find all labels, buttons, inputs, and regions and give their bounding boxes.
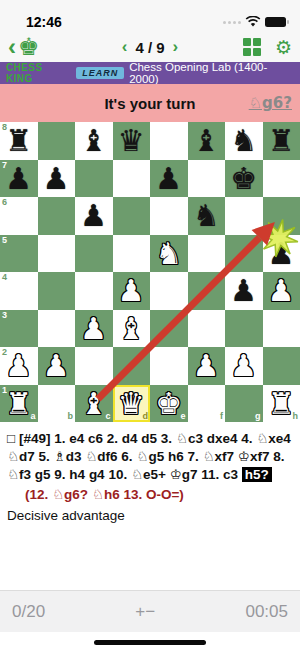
brand-bar: CHESS KING LEARN Chess Opening Lab (1400… bbox=[0, 62, 300, 84]
square-f4[interactable] bbox=[188, 272, 226, 310]
page-indicator: 4 / 9 bbox=[135, 39, 164, 56]
piece-h4-wP[interactable]: ♟ bbox=[263, 272, 301, 310]
piece-g4-bP[interactable]: ♟ bbox=[225, 272, 263, 310]
square-c6[interactable]: ♟ bbox=[75, 197, 113, 235]
square-d7[interactable] bbox=[113, 160, 151, 198]
piece-h5-bP[interactable]: ♟ bbox=[263, 235, 301, 273]
piece-c3-wP[interactable]: ♟ bbox=[75, 310, 113, 348]
bottom-toolbar: 0/20 +− 00:05 bbox=[0, 590, 300, 632]
app-name: CHESS KING bbox=[6, 62, 71, 84]
square-c4[interactable] bbox=[75, 272, 113, 310]
square-f5[interactable] bbox=[188, 235, 226, 273]
square-b2[interactable]: ♟ bbox=[38, 347, 76, 385]
variation-line: (12. ♘g6? ♘h6 13. O-O=) bbox=[7, 486, 293, 504]
square-b6[interactable] bbox=[38, 197, 76, 235]
square-b1[interactable]: b bbox=[38, 385, 76, 423]
hint-move-link[interactable]: ♘g6? bbox=[249, 94, 292, 112]
square-a7[interactable]: 7♟ bbox=[0, 160, 38, 198]
square-e8[interactable] bbox=[150, 122, 188, 160]
piece-c6-bP[interactable]: ♟ bbox=[75, 197, 113, 235]
square-h3[interactable] bbox=[263, 310, 301, 348]
square-g7[interactable]: ♚ bbox=[225, 160, 263, 198]
home-indicator-area bbox=[0, 634, 300, 650]
square-f7[interactable] bbox=[188, 160, 226, 198]
turn-banner: It's your turn ♘g6? bbox=[0, 84, 300, 122]
square-e3[interactable] bbox=[150, 310, 188, 348]
learn-badge: LEARN bbox=[76, 67, 124, 79]
square-d3[interactable]: ♝ bbox=[113, 310, 151, 348]
square-e2[interactable] bbox=[150, 347, 188, 385]
square-b4[interactable] bbox=[38, 272, 76, 310]
piece-h8-bR[interactable]: ♜ bbox=[263, 122, 301, 160]
square-a5[interactable]: 5 bbox=[0, 235, 38, 273]
square-h5[interactable]: ♟ bbox=[263, 235, 301, 273]
square-h1[interactable]: h♜ bbox=[263, 385, 301, 423]
square-g1[interactable]: g bbox=[225, 385, 263, 423]
square-h7[interactable] bbox=[263, 160, 301, 198]
piece-b7-bP[interactable]: ♟ bbox=[38, 160, 76, 198]
piece-c1-wB[interactable]: ♝ bbox=[75, 385, 113, 423]
square-c8[interactable]: ♝ bbox=[75, 122, 113, 160]
piece-d3-wB[interactable]: ♝ bbox=[113, 310, 151, 348]
piece-f6-bN[interactable]: ♞ bbox=[188, 197, 226, 235]
piece-a1-wR[interactable]: ♜ bbox=[0, 385, 38, 423]
piece-h1-wR[interactable]: ♜ bbox=[263, 385, 301, 423]
square-g4[interactable]: ♟ bbox=[225, 272, 263, 310]
square-e5[interactable]: ♞ bbox=[150, 235, 188, 273]
piece-a8-bR[interactable]: ♜ bbox=[0, 122, 38, 160]
square-a1[interactable]: 1a♜ bbox=[0, 385, 38, 423]
clock-time: 12:46 bbox=[26, 14, 62, 32]
square-b7[interactable]: ♟ bbox=[38, 160, 76, 198]
square-g6[interactable] bbox=[225, 197, 263, 235]
square-f8[interactable]: ♝ bbox=[188, 122, 226, 160]
move-list: □ [#49] 1. e4 c6 2. d4 d5 3. ♘c3 dxe4 4.… bbox=[7, 430, 293, 484]
square-g2[interactable]: ♟ bbox=[225, 347, 263, 385]
home-indicator[interactable] bbox=[94, 640, 206, 645]
piece-f8-bB[interactable]: ♝ bbox=[188, 122, 226, 160]
course-title: Chess Opening Lab (1400-2000) bbox=[129, 61, 294, 85]
square-d4[interactable]: ♟ bbox=[113, 272, 151, 310]
turn-marker: □ bbox=[7, 431, 15, 446]
eval-toggle-button[interactable]: +− bbox=[135, 602, 155, 622]
chess-board[interactable]: 8♜♝♛♝♞♜7♟♟♟♚6♟♞5♞♟4♟♟♟3♟♝2♟♟♟♟1a♜bc♝d♛e♚… bbox=[0, 122, 300, 422]
piece-g7-bK[interactable]: ♚ bbox=[225, 160, 263, 198]
square-c1[interactable]: c♝ bbox=[75, 385, 113, 423]
rank-label-4: 4 bbox=[2, 273, 7, 282]
square-a6[interactable]: 6 bbox=[0, 197, 38, 235]
square-f6[interactable]: ♞ bbox=[188, 197, 226, 235]
piece-a7-bP[interactable]: ♟ bbox=[0, 160, 38, 198]
square-a8[interactable]: 8♜ bbox=[0, 122, 38, 160]
square-b8[interactable] bbox=[38, 122, 76, 160]
square-h8[interactable]: ♜ bbox=[263, 122, 301, 160]
square-d5[interactable] bbox=[113, 235, 151, 273]
notation-panel: □ [#49] 1. e4 c6 2. d4 d5 3. ♘c3 dxe4 4.… bbox=[0, 422, 300, 525]
piece-e7-bP[interactable]: ♟ bbox=[150, 160, 188, 198]
square-g5[interactable] bbox=[225, 235, 263, 273]
square-d6[interactable] bbox=[113, 197, 151, 235]
status-bar: 12:46 bbox=[0, 0, 300, 32]
board-container: 8♜♝♛♝♞♜7♟♟♟♚6♟♞5♞♟4♟♟♟3♟♝2♟♟♟♟1a♜bc♝d♛e♚… bbox=[0, 122, 300, 422]
piece-d1-wQ[interactable]: ♛ bbox=[113, 385, 151, 423]
square-b5[interactable] bbox=[38, 235, 76, 273]
square-d1[interactable]: d♛ bbox=[113, 385, 151, 423]
square-e6[interactable] bbox=[150, 197, 188, 235]
square-c5[interactable] bbox=[75, 235, 113, 273]
page-stepper: ‹ 4 / 9 › bbox=[122, 37, 179, 57]
square-b3[interactable] bbox=[38, 310, 76, 348]
piece-e1-wK[interactable]: ♚ bbox=[150, 385, 188, 423]
back-button[interactable]: ‹ bbox=[8, 35, 16, 59]
piece-g8-bN[interactable]: ♞ bbox=[225, 122, 263, 160]
square-c2[interactable] bbox=[75, 347, 113, 385]
battery-icon bbox=[265, 17, 286, 27]
prev-page-button[interactable]: ‹ bbox=[122, 37, 128, 57]
app-screen: 12:46 ‹ ♚ ‹ 4 / 9 › ⚙ CHESS KING LEARN bbox=[0, 0, 300, 650]
square-e1[interactable]: e♚ bbox=[150, 385, 188, 423]
square-c3[interactable]: ♟ bbox=[75, 310, 113, 348]
square-c7[interactable] bbox=[75, 160, 113, 198]
timer: 00:05 bbox=[245, 602, 288, 622]
square-f3[interactable] bbox=[188, 310, 226, 348]
square-d2[interactable] bbox=[113, 347, 151, 385]
square-e7[interactable]: ♟ bbox=[150, 160, 188, 198]
settings-gear-button[interactable]: ⚙ bbox=[275, 36, 292, 58]
square-a3[interactable]: 3 bbox=[0, 310, 38, 348]
square-h2[interactable] bbox=[263, 347, 301, 385]
piece-d8-bQ[interactable]: ♛ bbox=[113, 122, 151, 160]
navigation-bar: ‹ ♚ ‹ 4 / 9 › ⚙ bbox=[0, 32, 300, 62]
rank-label-6: 6 bbox=[2, 198, 7, 207]
wifi-icon bbox=[245, 16, 261, 28]
file-label-f: f bbox=[220, 412, 223, 421]
highlighted-move[interactable]: h5? bbox=[242, 467, 272, 482]
piece-b2-wP[interactable]: ♟ bbox=[38, 347, 76, 385]
piece-f2-wP[interactable]: ♟ bbox=[188, 347, 226, 385]
cellular-signal-icon bbox=[223, 21, 241, 24]
square-a4[interactable]: 4 bbox=[0, 272, 38, 310]
rank-label-3: 3 bbox=[2, 311, 7, 320]
square-f1[interactable]: f bbox=[188, 385, 226, 423]
square-g8[interactable]: ♞ bbox=[225, 122, 263, 160]
square-g3[interactable] bbox=[225, 310, 263, 348]
file-label-b: b bbox=[68, 412, 74, 421]
piece-a2-wP[interactable]: ♟ bbox=[0, 347, 38, 385]
piece-e5-wN[interactable]: ♞ bbox=[150, 235, 188, 273]
chess-king-logo-icon[interactable]: ♚ bbox=[18, 34, 40, 60]
rank-label-5: 5 bbox=[2, 236, 7, 245]
piece-d4-wP[interactable]: ♟ bbox=[113, 272, 151, 310]
square-h4[interactable]: ♟ bbox=[263, 272, 301, 310]
square-a2[interactable]: 2♟ bbox=[0, 347, 38, 385]
file-label-g: g bbox=[255, 412, 261, 421]
next-page-button[interactable]: › bbox=[173, 37, 179, 57]
turn-message: It's your turn bbox=[104, 95, 195, 112]
evaluation-text: Decisive advantage bbox=[7, 507, 293, 525]
piece-g2-wP[interactable]: ♟ bbox=[225, 347, 263, 385]
score-counter: 0/20 bbox=[12, 602, 45, 622]
puzzle-number: [#49] bbox=[19, 431, 51, 446]
square-h6[interactable] bbox=[263, 197, 301, 235]
square-d8[interactable]: ♛ bbox=[113, 122, 151, 160]
square-e4[interactable] bbox=[150, 272, 188, 310]
piece-c8-bB[interactable]: ♝ bbox=[75, 122, 113, 160]
square-f2[interactable]: ♟ bbox=[188, 347, 226, 385]
grid-menu-button[interactable] bbox=[243, 38, 261, 56]
